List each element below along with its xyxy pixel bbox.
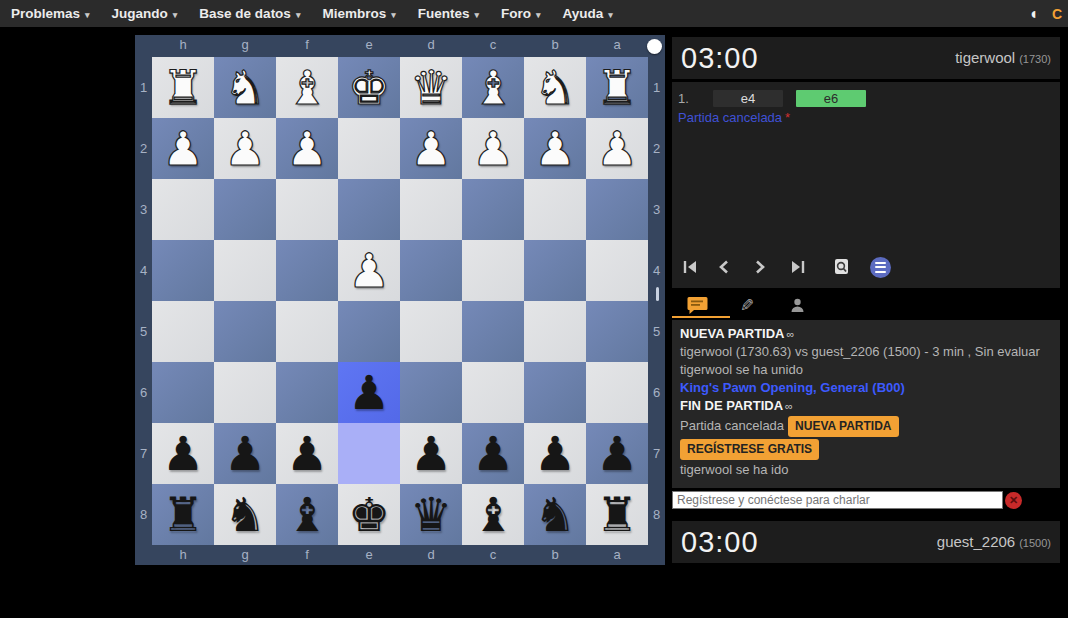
menu-item-jugando[interactable]: Jugando▾	[101, 0, 189, 27]
square-h8[interactable]: ♜	[152, 484, 214, 545]
square-g7[interactable]: ♟	[214, 423, 276, 484]
move-black-e6-selected[interactable]: e6	[796, 90, 866, 107]
square-b2[interactable]: ♟	[524, 118, 586, 179]
square-f6[interactable]	[276, 362, 338, 423]
square-h7[interactable]: ♟	[152, 423, 214, 484]
top-clock: 03:00	[681, 42, 759, 75]
top-player-rating: (1730)	[1019, 53, 1051, 65]
square-a2[interactable]: ♟	[586, 118, 648, 179]
coordinate-label: 2	[135, 118, 152, 179]
top-player-name[interactable]: tigerwool	[955, 49, 1015, 66]
previous-move-button[interactable]	[718, 256, 754, 278]
menu-item-problemas[interactable]: Problemas▾	[0, 0, 101, 27]
square-h1[interactable]: ♜	[152, 57, 214, 118]
black-pawn-a7[interactable]: ♟	[596, 423, 638, 484]
chat-input[interactable]	[672, 491, 1003, 509]
rank-labels-left: 12345678	[135, 57, 152, 545]
black-pawn-c7[interactable]: ♟	[472, 423, 514, 484]
square-e3[interactable]	[338, 179, 400, 240]
square-h5[interactable]	[152, 301, 214, 362]
white-pawn-g2[interactable]: ♟	[224, 118, 266, 179]
square-c2[interactable]: ♟	[462, 118, 524, 179]
square-a3[interactable]	[586, 179, 648, 240]
tab-players[interactable]	[772, 293, 822, 317]
contrast-icon[interactable]: ◐	[1030, 5, 1040, 23]
coordinate-label: 6	[135, 362, 152, 423]
status-asterisk: *	[785, 110, 790, 125]
move-navigation	[682, 256, 891, 278]
chat-line: Partida canceladaNUEVA PARTIDA	[680, 415, 1052, 438]
white-queen-d1[interactable]: ♛	[410, 57, 452, 118]
white-rook-a1[interactable]: ♜	[596, 57, 638, 118]
chat-line: REGÍSTRESE GRATIS	[680, 438, 1052, 461]
coordinate-label: 7	[135, 423, 152, 484]
coordinate-label: e	[338, 35, 400, 57]
file-labels-top: hgfedcba	[152, 35, 648, 57]
square-e8[interactable]: ♚	[338, 484, 400, 545]
coordinate-label: a	[586, 545, 648, 565]
square-a8[interactable]: ♜	[586, 484, 648, 545]
chevron-down-icon: ▾	[474, 8, 479, 20]
square-e4[interactable]: ♟	[338, 240, 400, 301]
square-f8[interactable]: ♝	[276, 484, 338, 545]
square-a7[interactable]: ♟	[586, 423, 648, 484]
black-rook-a8[interactable]: ♜	[596, 484, 638, 545]
pencil-icon: ✎	[740, 295, 754, 316]
bottom-clock: 03:00	[681, 526, 759, 559]
square-e7[interactable]	[338, 423, 400, 484]
square-c3[interactable]	[462, 179, 524, 240]
square-c7[interactable]: ♟	[462, 423, 524, 484]
square-b4[interactable]	[524, 240, 586, 301]
chevron-down-icon: ▾	[296, 8, 301, 20]
coordinate-label: g	[214, 545, 276, 565]
white-knight-g1[interactable]: ♞	[224, 57, 266, 118]
black-knight-g8[interactable]: ♞	[224, 484, 266, 545]
coordinate-label: f	[276, 35, 338, 57]
black-pawn-g7[interactable]: ♟	[224, 423, 266, 484]
square-b6[interactable]	[524, 362, 586, 423]
square-g3[interactable]	[214, 179, 276, 240]
menu-items: Problemas▾Jugando▾Base de datos▾Miembros…	[0, 0, 624, 27]
coordinate-label: e	[338, 545, 400, 565]
coordinate-label: 2	[648, 118, 665, 179]
white-pawn-b2[interactable]: ♟	[534, 118, 576, 179]
square-f4[interactable]	[276, 240, 338, 301]
coordinate-label: 1	[648, 57, 665, 118]
coordinate-label: d	[400, 545, 462, 565]
coordinate-label: 5	[135, 301, 152, 362]
black-rook-h8[interactable]: ♜	[162, 484, 204, 545]
square-c4[interactable]	[462, 240, 524, 301]
white-knight-b1[interactable]: ♞	[534, 57, 576, 118]
black-bishop-f8[interactable]: ♝	[286, 484, 328, 545]
square-a5[interactable]	[586, 301, 648, 362]
chevron-down-icon: ▾	[536, 8, 541, 20]
square-g8[interactable]: ♞	[214, 484, 276, 545]
menu-item-miembros[interactable]: Miembros▾	[311, 0, 406, 27]
white-pawn-f2[interactable]: ♟	[286, 118, 328, 179]
square-d1[interactable]: ♛	[400, 57, 462, 118]
square-f3[interactable]	[276, 179, 338, 240]
analysis-icon[interactable]	[834, 256, 870, 278]
white-bishop-f1[interactable]: ♝	[286, 57, 328, 118]
move-list-panel: 1. e4 e6 Partida cancelada*	[672, 82, 1060, 288]
square-d5[interactable]	[400, 301, 462, 362]
board-resize-handle[interactable]	[656, 287, 659, 301]
square-f1[interactable]: ♝	[276, 57, 338, 118]
white-turn-indicator	[647, 39, 662, 54]
coordinate-label: f	[276, 545, 338, 565]
coordinate-label: 3	[135, 179, 152, 240]
coordinate-label: d	[400, 35, 462, 57]
coordinate-label: 8	[648, 484, 665, 545]
active-tab-underline	[672, 316, 730, 318]
coordinate-label: 4	[135, 240, 152, 301]
white-pawn-h2[interactable]: ♟	[162, 118, 204, 179]
menu-bar: Problemas▾Jugando▾Base de datos▾Miembros…	[0, 0, 1068, 27]
new-game-button[interactable]: NUEVA PARTIDA	[788, 416, 898, 437]
square-c5[interactable]	[462, 301, 524, 362]
square-b8[interactable]: ♞	[524, 484, 586, 545]
square-b1[interactable]: ♞	[524, 57, 586, 118]
black-bishop-c8[interactable]: ♝	[472, 484, 514, 545]
square-d7[interactable]: ♟	[400, 423, 462, 484]
square-h6[interactable]	[152, 362, 214, 423]
white-bishop-c1[interactable]: ♝	[472, 57, 514, 118]
game-status: Partida cancelada*	[672, 107, 1060, 125]
menu-item-fuentes[interactable]: Fuentes▾	[407, 0, 490, 27]
black-pawn-e6[interactable]: ♟	[348, 362, 390, 423]
chat-line: NUEVA PARTIDA∞	[680, 325, 1052, 343]
black-pawn-h7[interactable]: ♟	[162, 423, 204, 484]
square-h4[interactable]	[152, 240, 214, 301]
square-d4[interactable]	[400, 240, 462, 301]
square-b3[interactable]	[524, 179, 586, 240]
move-list-menu-button[interactable]	[870, 257, 891, 278]
send-disabled-icon[interactable]: ✕	[1005, 492, 1022, 509]
file-labels-bottom: hgfedcba	[152, 545, 648, 565]
square-g5[interactable]	[214, 301, 276, 362]
square-h3[interactable]	[152, 179, 214, 240]
bottom-player-rating: (1500)	[1019, 537, 1051, 549]
move-white-e4[interactable]: e4	[713, 90, 783, 107]
chess-board: hgfedcba hgfedcba 12345678 12345678 ♜♞♝♚…	[135, 35, 665, 565]
menu-item-foro[interactable]: Foro▾	[490, 0, 552, 27]
menu-item-ayuda[interactable]: Ayuda▾	[552, 0, 624, 27]
square-g1[interactable]: ♞	[214, 57, 276, 118]
white-king-e1[interactable]: ♚	[348, 57, 390, 118]
next-move-button[interactable]	[754, 256, 790, 278]
square-d2[interactable]: ♟	[400, 118, 462, 179]
square-d3[interactable]	[400, 179, 462, 240]
chat-line: tigerwool se ha unido	[680, 361, 1052, 379]
menu-item-base-de-datos[interactable]: Base de datos▾	[188, 0, 311, 27]
last-move-button[interactable]	[790, 256, 826, 278]
link-icon[interactable]: ∞	[785, 400, 793, 412]
square-c1[interactable]: ♝	[462, 57, 524, 118]
menu-bar-right: ◐ C	[1030, 0, 1062, 27]
square-e2[interactable]	[338, 118, 400, 179]
white-rook-h1[interactable]: ♜	[162, 57, 204, 118]
white-pawn-a2[interactable]: ♟	[596, 118, 638, 179]
register-free-button[interactable]: REGÍSTRESE GRATIS	[680, 439, 819, 460]
square-a1[interactable]: ♜	[586, 57, 648, 118]
opening-link[interactable]: King's Pawn Opening, General (B00)	[680, 379, 1052, 397]
square-e5[interactable]	[338, 301, 400, 362]
chat-panel: NUEVA PARTIDA∞tigerwool (1730.63) vs gue…	[672, 320, 1060, 488]
white-pawn-c2[interactable]: ♟	[472, 118, 514, 179]
top-player-clock-bar: 03:00 tigerwool(1730)	[672, 37, 1060, 79]
black-pawn-b7[interactable]: ♟	[534, 423, 576, 484]
black-knight-b8[interactable]: ♞	[534, 484, 576, 545]
coordinate-label: 8	[135, 484, 152, 545]
first-move-button[interactable]	[682, 256, 718, 278]
square-g6[interactable]	[214, 362, 276, 423]
square-a6[interactable]	[586, 362, 648, 423]
connect-link-partial[interactable]: C	[1052, 6, 1062, 22]
square-f7[interactable]: ♟	[276, 423, 338, 484]
side-tabs: ✎	[672, 292, 1060, 318]
chat-line: tigerwool se ha ido	[680, 461, 1052, 479]
coordinate-label: b	[524, 545, 586, 565]
square-d6[interactable]	[400, 362, 462, 423]
black-pawn-f7[interactable]: ♟	[286, 423, 328, 484]
square-g2[interactable]: ♟	[214, 118, 276, 179]
coordinate-label: 3	[648, 179, 665, 240]
bottom-player-name[interactable]: guest_2206	[937, 533, 1015, 550]
square-g4[interactable]	[214, 240, 276, 301]
white-pawn-d2[interactable]: ♟	[410, 118, 452, 179]
coordinate-label: b	[524, 35, 586, 57]
black-king-e8[interactable]: ♚	[348, 484, 390, 545]
chevron-down-icon: ▾	[608, 8, 613, 20]
square-d8[interactable]: ♛	[400, 484, 462, 545]
coordinate-label: h	[152, 35, 214, 57]
chat-bubble-icon	[687, 296, 708, 315]
tab-chat[interactable]	[672, 293, 722, 317]
board-squares: ♜♞♝♚♛♝♞♜♟♟♟♟♟♟♟♟♟♟♟♟♟♟♟♟♜♞♝♚♛♝♞♜	[152, 57, 648, 545]
coordinate-label: 1	[135, 57, 152, 118]
bottom-player-clock-bar: 03:00 guest_2206(1500)	[672, 521, 1060, 563]
square-f5[interactable]	[276, 301, 338, 362]
black-queen-d8[interactable]: ♛	[410, 484, 452, 545]
chevron-down-icon: ▾	[85, 8, 90, 20]
square-b7[interactable]: ♟	[524, 423, 586, 484]
chevron-down-icon: ▾	[173, 8, 178, 20]
tab-notes[interactable]: ✎	[722, 293, 772, 317]
coordinate-label: h	[152, 545, 214, 565]
square-a4[interactable]	[586, 240, 648, 301]
person-icon	[789, 297, 806, 314]
coordinate-label: 6	[648, 362, 665, 423]
chat-line: FIN DE PARTIDA∞	[680, 397, 1052, 415]
coordinate-label: c	[462, 35, 524, 57]
chat-input-row: ✕	[672, 491, 1060, 510]
white-pawn-e4[interactable]: ♟	[348, 240, 390, 301]
coordinate-label: 7	[648, 423, 665, 484]
square-h2[interactable]: ♟	[152, 118, 214, 179]
link-icon[interactable]: ∞	[786, 328, 794, 340]
coordinate-label: c	[462, 545, 524, 565]
square-e1[interactable]: ♚	[338, 57, 400, 118]
square-c6[interactable]	[462, 362, 524, 423]
move-number: 1.	[678, 91, 700, 106]
coordinate-label: a	[586, 35, 648, 57]
square-c8[interactable]: ♝	[462, 484, 524, 545]
square-e6[interactable]: ♟	[338, 362, 400, 423]
rank-labels-right: 12345678	[648, 57, 665, 545]
coordinate-label: 5	[648, 301, 665, 362]
square-b5[interactable]	[524, 301, 586, 362]
black-pawn-d7[interactable]: ♟	[410, 423, 452, 484]
move-row: 1. e4 e6	[672, 82, 1060, 107]
square-f2[interactable]: ♟	[276, 118, 338, 179]
chevron-down-icon: ▾	[391, 8, 396, 20]
coordinate-label: g	[214, 35, 276, 57]
chat-line: tigerwool (1730.63) vs guest_2206 (1500)…	[680, 343, 1052, 361]
